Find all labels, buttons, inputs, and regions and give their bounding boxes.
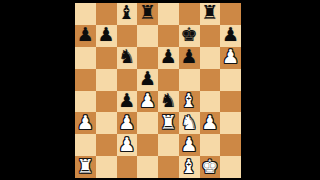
square-c8[interactable]: ♝: [117, 3, 138, 25]
black-pawn-piece: ♟: [160, 47, 177, 66]
square-a1[interactable]: ♜: [75, 156, 96, 178]
square-b6[interactable]: [96, 47, 117, 69]
square-d6[interactable]: [137, 47, 158, 69]
white-pawn-piece: ♟: [201, 113, 218, 132]
white-pawn-piece: ♟: [139, 91, 156, 110]
square-a5[interactable]: [75, 69, 96, 91]
black-pawn-piece: ♟: [181, 47, 198, 66]
square-e7[interactable]: [158, 25, 179, 47]
square-h6[interactable]: ♟: [220, 47, 241, 69]
square-e5[interactable]: [158, 69, 179, 91]
white-pawn-piece: ♟: [181, 135, 198, 154]
square-f3[interactable]: ♞: [179, 112, 200, 134]
white-rook-piece: ♜: [160, 113, 177, 132]
square-b8[interactable]: [96, 3, 117, 25]
video-frame: ♝♜♜♟♟♚♟♞♟♟♟♟♟♟♞♝♟♟♜♞♟♟♟♜♝♚: [0, 0, 320, 180]
black-pawn-piece: ♟: [222, 25, 239, 44]
square-b1[interactable]: [96, 156, 117, 178]
black-pawn-piece: ♟: [118, 91, 135, 110]
black-knight-piece: ♞: [160, 91, 177, 110]
square-e4[interactable]: ♞: [158, 91, 179, 113]
square-c3[interactable]: ♟: [117, 112, 138, 134]
square-e6[interactable]: ♟: [158, 47, 179, 69]
square-g7[interactable]: [200, 25, 221, 47]
square-f6[interactable]: ♟: [179, 47, 200, 69]
square-c5[interactable]: [117, 69, 138, 91]
black-pawn-piece: ♟: [98, 25, 115, 44]
square-f5[interactable]: [179, 69, 200, 91]
white-bishop-piece: ♝: [181, 157, 198, 176]
square-f4[interactable]: ♝: [179, 91, 200, 113]
white-rook-piece: ♜: [77, 157, 94, 176]
square-g1[interactable]: ♚: [200, 156, 221, 178]
square-a2[interactable]: [75, 134, 96, 156]
square-a4[interactable]: [75, 91, 96, 113]
square-b4[interactable]: [96, 91, 117, 113]
square-g3[interactable]: ♟: [200, 112, 221, 134]
square-g5[interactable]: [200, 69, 221, 91]
square-e8[interactable]: [158, 3, 179, 25]
square-h5[interactable]: [220, 69, 241, 91]
square-a7[interactable]: ♟: [75, 25, 96, 47]
white-bishop-piece: ♝: [181, 91, 198, 110]
white-knight-piece: ♞: [181, 113, 198, 132]
square-f1[interactable]: ♝: [179, 156, 200, 178]
square-d3[interactable]: [137, 112, 158, 134]
square-e3[interactable]: ♜: [158, 112, 179, 134]
square-g6[interactable]: [200, 47, 221, 69]
black-rook-piece: ♜: [139, 3, 156, 22]
square-e2[interactable]: [158, 134, 179, 156]
square-h1[interactable]: [220, 156, 241, 178]
square-c2[interactable]: ♟: [117, 134, 138, 156]
square-c7[interactable]: [117, 25, 138, 47]
square-h7[interactable]: ♟: [220, 25, 241, 47]
black-pawn-piece: ♟: [139, 69, 156, 88]
square-e1[interactable]: [158, 156, 179, 178]
square-h4[interactable]: [220, 91, 241, 113]
white-pawn-piece: ♟: [222, 47, 239, 66]
square-f8[interactable]: [179, 3, 200, 25]
square-h8[interactable]: [220, 3, 241, 25]
white-pawn-piece: ♟: [118, 113, 135, 132]
square-b7[interactable]: ♟: [96, 25, 117, 47]
square-f7[interactable]: ♚: [179, 25, 200, 47]
square-a3[interactable]: ♟: [75, 112, 96, 134]
square-d4[interactable]: ♟: [137, 91, 158, 113]
square-b2[interactable]: [96, 134, 117, 156]
square-a6[interactable]: [75, 47, 96, 69]
black-king-piece: ♚: [181, 25, 198, 44]
chess-board: ♝♜♜♟♟♚♟♞♟♟♟♟♟♟♞♝♟♟♜♞♟♟♟♜♝♚: [75, 3, 241, 178]
square-a8[interactable]: [75, 3, 96, 25]
black-pawn-piece: ♟: [77, 25, 94, 44]
square-g8[interactable]: ♜: [200, 3, 221, 25]
square-b3[interactable]: [96, 112, 117, 134]
black-knight-piece: ♞: [118, 47, 135, 66]
square-g4[interactable]: [200, 91, 221, 113]
square-d8[interactable]: ♜: [137, 3, 158, 25]
square-c6[interactable]: ♞: [117, 47, 138, 69]
white-pawn-piece: ♟: [118, 135, 135, 154]
square-d5[interactable]: ♟: [137, 69, 158, 91]
white-pawn-piece: ♟: [77, 113, 94, 132]
square-h3[interactable]: [220, 112, 241, 134]
square-d1[interactable]: [137, 156, 158, 178]
black-rook-piece: ♜: [201, 3, 218, 22]
white-king-piece: ♚: [201, 157, 218, 176]
square-g2[interactable]: [200, 134, 221, 156]
square-d7[interactable]: [137, 25, 158, 47]
square-b5[interactable]: [96, 69, 117, 91]
square-f2[interactable]: ♟: [179, 134, 200, 156]
square-h2[interactable]: [220, 134, 241, 156]
square-d2[interactable]: [137, 134, 158, 156]
square-c1[interactable]: [117, 156, 138, 178]
black-bishop-piece: ♝: [118, 3, 135, 22]
square-c4[interactable]: ♟: [117, 91, 138, 113]
